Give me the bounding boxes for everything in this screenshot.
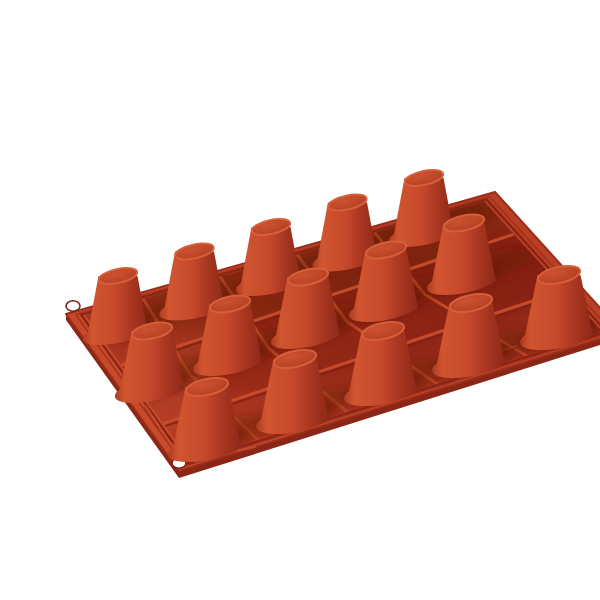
baking-mold-illustration	[40, 16, 600, 600]
product-photo	[40, 16, 600, 600]
corner-hole	[66, 301, 80, 311]
